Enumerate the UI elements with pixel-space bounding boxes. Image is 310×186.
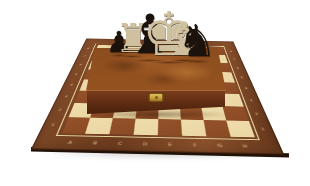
coordinate-label: 7 [228,55,242,63]
coordinate-label: B [81,137,109,148]
board-square [158,119,182,136]
board-square [134,118,158,135]
coordinate-label: G [207,140,234,151]
coordinate-label: A [56,137,85,148]
coordinate-label: 6 [231,63,246,72]
piece-black-knight: ♞ [177,19,216,63]
coordinate-label: E [158,139,184,150]
coordinate-label: C [107,138,134,149]
board-square [110,118,136,134]
coordinate-label: F [182,139,208,150]
coordinate-label: 5 [234,73,250,83]
brass-clasp-icon [149,93,164,102]
board-square [86,117,113,133]
board-square [181,119,206,136]
box-front-face [87,90,225,114]
coordinate-label: H [231,141,259,152]
coordinate-label: D [132,138,158,149]
chess-set-photo: ABCDEFGH 87654321 87654321 ♟ ♜ ♝ ♚ ♝ ♞ [0,0,310,186]
